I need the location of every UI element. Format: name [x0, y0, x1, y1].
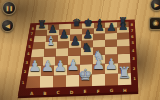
- pause-button[interactable]: ❚❚: [2, 1, 16, 15]
- file-label-a: A: [30, 91, 33, 96]
- chess-3d-screen: ABCDEFGH1122334455667788♜♛♚♝♜♟♟♟♟♟♟♟♝♞♞♟…: [0, 0, 160, 100]
- undo-arrow-icon: ◀: [5, 23, 10, 29]
- rank-label-3-right: 3: [132, 56, 135, 61]
- file-label-f: F: [97, 88, 100, 93]
- piece-white-p-f2[interactable]: ♟: [92, 57, 105, 72]
- piece-white-k-e1[interactable]: ♚: [78, 68, 92, 84]
- file-label-d: D: [70, 89, 74, 94]
- piece-white-p-c2[interactable]: ♟: [54, 59, 67, 74]
- rank-label-5-left: 5: [28, 43, 31, 48]
- piece-white-p-b2[interactable]: ♟: [41, 59, 54, 74]
- chess-board[interactable]: ABCDEFGH1122334455667788♜♛♚♝♜♟♟♟♟♟♟♟♝♞♞♟…: [0, 0, 160, 100]
- piece-white-p-g2[interactable]: ♟: [105, 57, 118, 72]
- redo-button[interactable]: ▶: [150, 0, 160, 11]
- piece-black-r-a8[interactable]: ♜: [37, 20, 46, 30]
- piece-black-p-h7[interactable]: ♟: [118, 22, 128, 33]
- piece-black-q-d8[interactable]: ♛: [72, 19, 81, 29]
- redo-arrow-icon: ▶: [154, 2, 159, 8]
- piece-black-n-e4[interactable]: ♞: [81, 41, 92, 54]
- file-label-h: H: [123, 87, 127, 92]
- file-label-c: C: [57, 90, 60, 95]
- rank-label-8-right: 8: [131, 22, 134, 27]
- view-toggle-icon: ◉: [152, 20, 158, 27]
- piece-black-p-c6[interactable]: ♟: [59, 29, 69, 40]
- rank-label-2-right: 2: [133, 65, 136, 70]
- file-label-b: B: [43, 90, 46, 95]
- file-label-e: E: [83, 89, 86, 94]
- piece-black-p-f7[interactable]: ♟: [95, 23, 105, 34]
- rank-label-1-right: 1: [133, 76, 136, 81]
- rank-label-1-left: 1: [22, 80, 25, 85]
- rank-label-7-left: 7: [31, 31, 34, 36]
- piece-black-p-d5[interactable]: ♟: [70, 35, 81, 47]
- rank-label-2-left: 2: [24, 69, 27, 74]
- file-label-g: G: [110, 88, 114, 93]
- piece-white-r-h1[interactable]: ♜: [118, 66, 132, 82]
- rank-label-7-right: 7: [131, 27, 134, 32]
- piece-white-b-b5[interactable]: ♝: [46, 36, 57, 48]
- rank-label-6-left: 6: [29, 37, 32, 42]
- rank-label-4-left: 4: [27, 51, 30, 56]
- rank-label-8-left: 8: [32, 25, 35, 30]
- rank-label-6-right: 6: [131, 33, 134, 38]
- view-toggle-button[interactable]: ◉: [149, 17, 160, 30]
- piece-black-p-b7[interactable]: ♟: [48, 24, 58, 35]
- piece-white-p-a2[interactable]: ♟: [28, 60, 41, 75]
- piece-black-p-g7[interactable]: ♟: [106, 22, 116, 33]
- undo-button[interactable]: ◀: [1, 19, 14, 32]
- piece-black-p-e6[interactable]: ♟: [82, 29, 92, 40]
- rank-label-4-right: 4: [132, 47, 135, 52]
- pause-icon: ❚❚: [5, 6, 12, 11]
- rank-label-5-right: 5: [131, 40, 134, 45]
